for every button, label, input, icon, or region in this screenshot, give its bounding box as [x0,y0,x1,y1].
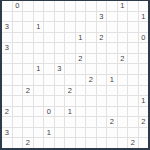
grid-cell-r10c5[interactable] [44,96,54,106]
slitherlink-board: 0131311203221321221201223122 [0,0,150,150]
clue-number: 1 [78,34,82,42]
grid-cell-r2c8[interactable] [76,12,86,22]
grid-cell-r9c8[interactable] [76,86,86,96]
grid-cell-r1c1[interactable] [2,1,12,11]
grid-cell-r10c13[interactable] [128,96,138,106]
grid-cell-r2c14[interactable]: 1 [139,12,149,22]
grid-cell-r5c1[interactable]: 3 [2,43,12,53]
grid-cell-r14c3[interactable]: 2 [23,138,33,148]
grid-cell-r14c13[interactable]: 2 [128,138,138,148]
grid-cell-r1c8[interactable] [76,1,86,11]
grid-cell-r11c7[interactable]: 1 [65,107,75,117]
grid-cell-r1c13[interactable] [128,1,138,11]
grid-cell-r3c2[interactable] [13,22,23,32]
grid-cell-r2c7[interactable] [65,12,75,22]
grid-cell-r12c9[interactable] [86,117,96,127]
clue-number: 2 [120,55,124,63]
clue-number: 1 [141,13,145,21]
grid-cell-r13c8[interactable] [76,128,86,138]
grid-cell-r5c5[interactable] [44,43,54,53]
grid-cell-r10c7[interactable] [65,96,75,106]
grid-cell-r6c8[interactable]: 2 [76,54,86,64]
clue-number: 2 [141,118,145,126]
grid-cell-r8c9[interactable]: 2 [86,75,96,85]
clue-number: 2 [68,87,72,95]
grid-cell-r12c1[interactable] [2,117,12,127]
grid-cell-r7c8[interactable] [76,64,86,74]
grid-cell-r14c9[interactable] [86,138,96,148]
grid-cell-r12c3[interactable] [23,117,33,127]
grid-cell-r10c4[interactable] [34,96,44,106]
grid-cell-r13c3[interactable] [23,128,33,138]
grid-cell-r5c6[interactable] [55,43,65,53]
grid-cell-r11c3[interactable] [23,107,33,117]
grid-cell-r13c6[interactable] [55,128,65,138]
grid-cell-r12c11[interactable]: 2 [107,117,117,127]
grid-cell-r3c5[interactable] [44,22,54,32]
clue-number: 2 [26,139,30,147]
grid-cell-r10c3[interactable] [23,96,33,106]
grid-cell-r13c5[interactable]: 1 [44,128,54,138]
grid-cell-r4c13[interactable] [128,33,138,43]
grid-cell-r10c11[interactable] [107,96,117,106]
clue-number: 1 [36,23,40,31]
clue-number: 3 [5,23,9,31]
grid-cell-r13c4[interactable] [34,128,44,138]
grid-cell-r11c2[interactable] [13,107,23,117]
grid-cell-r2c3[interactable] [23,12,33,22]
grid-cell-r2c6[interactable] [55,12,65,22]
grid-cell-r2c9[interactable] [86,12,96,22]
grid-cell-r11c11[interactable] [107,107,117,117]
clue-number: 3 [99,13,103,21]
grid-cell-r12c12[interactable] [118,117,128,127]
grid-cell-r8c3[interactable] [23,75,33,85]
grid-cell-r9c5[interactable] [44,86,54,96]
grid-cell-r7c6[interactable]: 3 [55,64,65,74]
grid-cell-r4c1[interactable] [2,33,12,43]
grid-cell-r12c7[interactable] [65,117,75,127]
grid-cell-r9c14[interactable] [139,86,149,96]
clue-number: 3 [5,44,9,52]
grid-cell-r11c12[interactable] [118,107,128,117]
grid-cell-r5c3[interactable] [23,43,33,53]
grid-cell-r7c13[interactable] [128,64,138,74]
grid-cell-r6c5[interactable] [44,54,54,64]
grid-cell-r5c9[interactable] [86,43,96,53]
grid-cell-r4c10[interactable]: 2 [97,33,107,43]
grid-cell-r11c14[interactable] [139,107,149,117]
grid-cell-r3c13[interactable] [128,22,138,32]
clue-number: 1 [141,97,145,105]
grid-cell-r10c10[interactable] [97,96,107,106]
grid-cell-r14c7[interactable] [65,138,75,148]
grid-cell-r5c2[interactable] [13,43,23,53]
clue-number: 2 [78,55,82,63]
grid-cell-r1c11[interactable] [107,1,117,11]
grid-cell-r7c1[interactable] [2,64,12,74]
grid-cell-r11c1[interactable]: 2 [2,107,12,117]
grid-cell-r13c14[interactable] [139,128,149,138]
grid-cell-r2c12[interactable] [118,12,128,22]
grid-cell-r5c10[interactable] [97,43,107,53]
clue-number: 3 [57,65,61,73]
grid-cell-r12c4[interactable] [34,117,44,127]
grid-cell-r14c4[interactable] [34,138,44,148]
grid-cell-r10c9[interactable] [86,96,96,106]
grid-cell-r11c8[interactable] [76,107,86,117]
grid-cell-r9c7[interactable]: 2 [65,86,75,96]
grid-cell-r13c9[interactable] [86,128,96,138]
grid-cell-r8c2[interactable] [13,75,23,85]
grid-cell-r6c12[interactable]: 2 [118,54,128,64]
grid-cell-r7c5[interactable] [44,64,54,74]
grid-cell-r12c2[interactable] [13,117,23,127]
grid-cell-r4c11[interactable] [107,33,117,43]
grid-cell-r12c13[interactable] [128,117,138,127]
grid-cell-r3c10[interactable] [97,22,107,32]
grid-cell-r6c1[interactable] [2,54,12,64]
grid-cell-r9c6[interactable] [55,86,65,96]
clue-number: 1 [47,129,51,137]
grid-cell-r2c1[interactable] [2,12,12,22]
grid-cell-r9c10[interactable] [97,86,107,96]
grid-cell-r1c9[interactable] [86,1,96,11]
grid-cell-r6c2[interactable] [13,54,23,64]
grid-cell-r11c6[interactable] [55,107,65,117]
grid-cell-r6c9[interactable] [86,54,96,64]
grid-cell-r7c4[interactable]: 1 [34,64,44,74]
grid-cell-r12c8[interactable] [76,117,86,127]
grid-cell-r7c10[interactable] [97,64,107,74]
grid-cell-r2c11[interactable] [107,12,117,22]
grid-cell-r4c5[interactable] [44,33,54,43]
grid-cell-r7c9[interactable] [86,64,96,74]
grid-cell-r11c5[interactable]: 0 [44,107,54,117]
grid-cell-r3c11[interactable] [107,22,117,32]
clue-number: 0 [141,34,145,42]
grid-cell-r9c3[interactable]: 2 [23,86,33,96]
clue-number: 1 [120,2,124,10]
grid-cell-r5c14[interactable] [139,43,149,53]
grid-cell-r10c2[interactable] [13,96,23,106]
grid-cell-r1c10[interactable] [97,1,107,11]
grid-cell-r14c8[interactable] [76,138,86,148]
grid-cell-r4c9[interactable] [86,33,96,43]
grid-cell-r8c12[interactable] [118,75,128,85]
grid-cell-r14c2[interactable] [13,138,23,148]
grid-cell-r2c4[interactable] [34,12,44,22]
grid-cell-r8c14[interactable] [139,75,149,85]
clue-number: 0 [15,2,19,10]
grid-cell-r2c13[interactable] [128,12,138,22]
grid-cell-r12c5[interactable] [44,117,54,127]
grid-cell-r13c7[interactable] [65,128,75,138]
grid-cell-r14c5[interactable] [44,138,54,148]
grid-cell-r8c13[interactable] [128,75,138,85]
grid-cell-r4c4[interactable] [34,33,44,43]
clue-number: 2 [89,76,93,84]
grid-cell-r8c1[interactable] [2,75,12,85]
grid-cell-r14c11[interactable] [107,138,117,148]
grid-cell-r10c12[interactable] [118,96,128,106]
grid-cell-r5c12[interactable] [118,43,128,53]
grid-cell-r5c4[interactable] [34,43,44,53]
grid-cell-r14c1[interactable] [2,138,12,148]
grid-cell-r3c14[interactable] [139,22,149,32]
clue-number: 2 [110,118,114,126]
grid-cell-r4c8[interactable]: 1 [76,33,86,43]
grid-cell-r9c2[interactable] [13,86,23,96]
grid-cell-r9c9[interactable] [86,86,96,96]
grid-cell-r11c9[interactable] [86,107,96,117]
grid-cell-r8c10[interactable] [97,75,107,85]
grid-cell-r11c10[interactable] [97,107,107,117]
grid-cell-r1c7[interactable] [65,1,75,11]
grid-cell-r5c13[interactable] [128,43,138,53]
clue-number: 3 [5,129,9,137]
grid-cell-r6c3[interactable] [23,54,33,64]
grid-cell-r2c5[interactable] [44,12,54,22]
grid-cell-r13c10[interactable] [97,128,107,138]
grid-cell-r3c1[interactable]: 3 [2,22,12,32]
grid-cell-r12c10[interactable] [97,117,107,127]
grid-cell-r14c12[interactable] [118,138,128,148]
grid-cell-r3c8[interactable] [76,22,86,32]
grid-cell-r13c12[interactable] [118,128,128,138]
grid-cell-r1c12[interactable]: 1 [118,1,128,11]
grid-cell-r7c14[interactable] [139,64,149,74]
grid-cell-r8c6[interactable] [55,75,65,85]
grid-cell-r7c2[interactable] [13,64,23,74]
grid-cell-r3c6[interactable] [55,22,65,32]
grid-cell-r8c7[interactable] [65,75,75,85]
grid-cell-r4c2[interactable] [13,33,23,43]
grid-cell-r3c7[interactable] [65,22,75,32]
grid-cell-r6c4[interactable] [34,54,44,64]
grid-cell-r4c3[interactable] [23,33,33,43]
grid-cell-r10c6[interactable] [55,96,65,106]
grid-cell-r1c6[interactable] [55,1,65,11]
grid-cell-r14c10[interactable] [97,138,107,148]
grid-cell-r14c6[interactable] [55,138,65,148]
grid-cell-r7c11[interactable] [107,64,117,74]
grid-cell-r6c11[interactable] [107,54,117,64]
grid-cell-r12c14[interactable]: 2 [139,117,149,127]
grid-cell-r1c5[interactable] [44,1,54,11]
clue-number: 2 [5,108,9,116]
grid-cell-r9c13[interactable] [128,86,138,96]
grid-cell-r6c7[interactable] [65,54,75,64]
grid-cell-r4c14[interactable]: 0 [139,33,149,43]
grid-cell-r8c4[interactable] [34,75,44,85]
grid-cell-r7c7[interactable] [65,64,75,74]
clue-number: 2 [99,34,103,42]
clue-number: 1 [110,76,114,84]
grid-cell-r6c10[interactable] [97,54,107,64]
clue-number: 2 [26,87,30,95]
grid-cell-r5c7[interactable] [65,43,75,53]
grid-cell-r10c14[interactable]: 1 [139,96,149,106]
grid-cell-r3c3[interactable] [23,22,33,32]
grid-cell-r10c8[interactable] [76,96,86,106]
grid-cell-r6c14[interactable] [139,54,149,64]
grid-cell-r10c1[interactable] [2,96,12,106]
grid-cell-r8c8[interactable] [76,75,86,85]
grid-cell-r13c1[interactable]: 3 [2,128,12,138]
grid-cell-r7c3[interactable] [23,64,33,74]
grid-cell-r7c12[interactable] [118,64,128,74]
grid-cell-r4c7[interactable] [65,33,75,43]
grid-cell-r11c4[interactable] [34,107,44,117]
grid-cell-r9c4[interactable] [34,86,44,96]
grid-cell-r1c4[interactable] [34,1,44,11]
grid-cell-r4c12[interactable] [118,33,128,43]
grid-cell-r1c14[interactable] [139,1,149,11]
grid-cell-r13c13[interactable] [128,128,138,138]
grid-cell-r6c13[interactable] [128,54,138,64]
grid-cell-r8c5[interactable] [44,75,54,85]
grid-cell-r3c9[interactable] [86,22,96,32]
grid-cell-r13c2[interactable] [13,128,23,138]
grid-cell-r2c2[interactable] [13,12,23,22]
clue-number: 1 [36,65,40,73]
grid-cell-r5c11[interactable] [107,43,117,53]
clue-number: 2 [131,139,135,147]
grid-cell-r9c12[interactable] [118,86,128,96]
grid-cell-r11c13[interactable] [128,107,138,117]
grid-cell-r12c6[interactable] [55,117,65,127]
grid-cell-r14c14[interactable] [139,138,149,148]
clue-number: 1 [68,108,72,116]
grid-cell-r2c10[interactable]: 3 [97,12,107,22]
grid-cell-r8c11[interactable]: 1 [107,75,117,85]
grid-cell-r1c2[interactable]: 0 [13,1,23,11]
grid-cell-r4c6[interactable] [55,33,65,43]
grid-cell-r6c6[interactable] [55,54,65,64]
clue-number: 0 [47,108,51,116]
grid-cell-r1c3[interactable] [23,1,33,11]
grid-cell-r3c12[interactable] [118,22,128,32]
grid-cell-r5c8[interactable] [76,43,86,53]
grid-cell-r3c4[interactable]: 1 [34,22,44,32]
grid-cell-r9c1[interactable] [2,86,12,96]
grid-cell-r9c11[interactable] [107,86,117,96]
grid-cell-r13c11[interactable] [107,128,117,138]
